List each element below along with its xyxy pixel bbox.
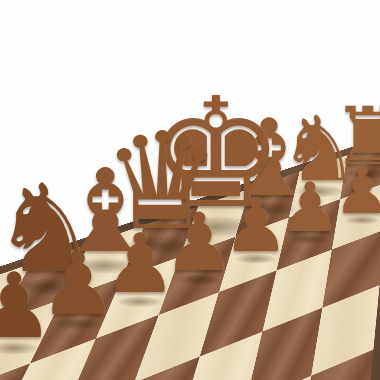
piece-pawn-h7: ♟: [334, 160, 380, 223]
chess-set-photo: ♞♝♛♚♝♞♜♟♟♟♟♟♟♟: [0, 0, 380, 380]
piece-pawn-b7: ♟: [0, 261, 54, 351]
